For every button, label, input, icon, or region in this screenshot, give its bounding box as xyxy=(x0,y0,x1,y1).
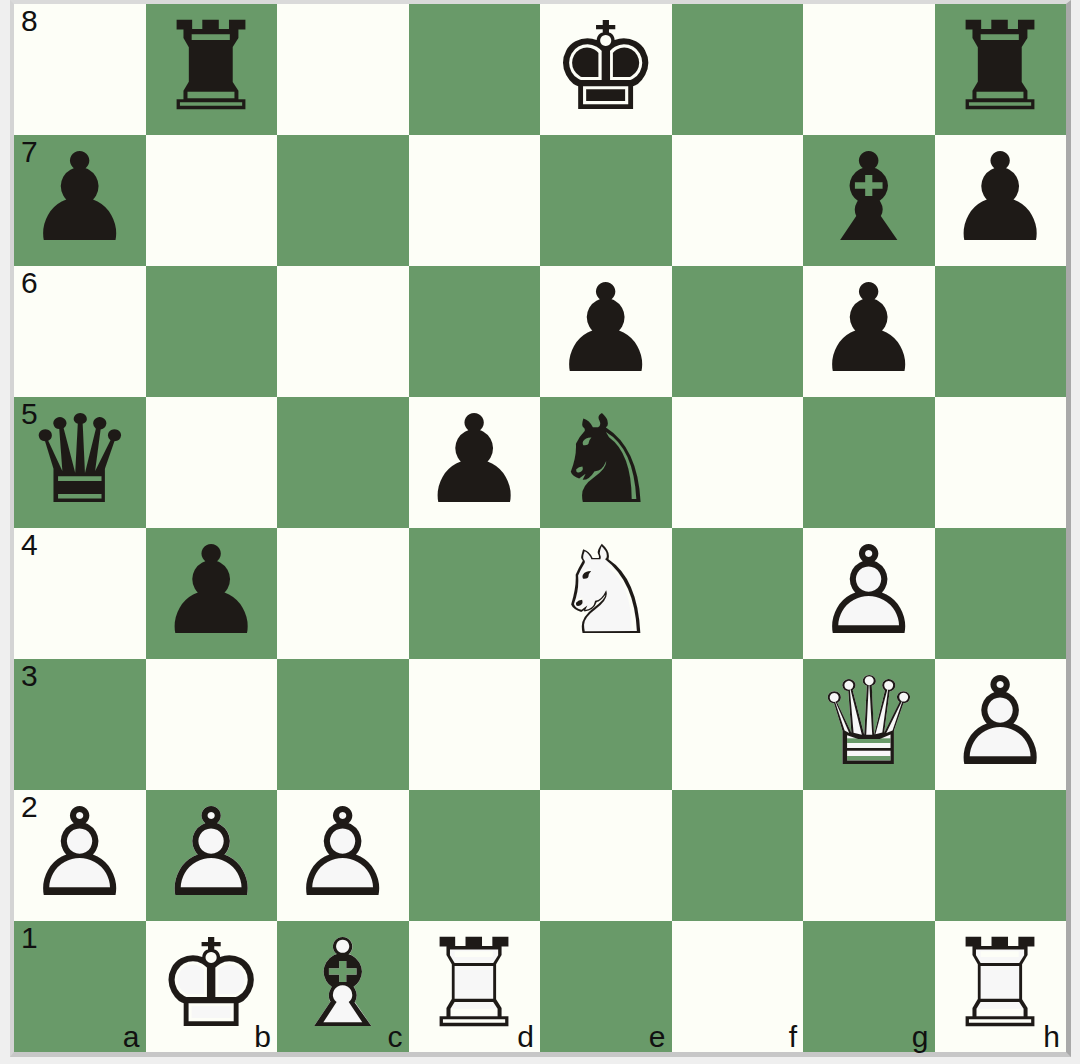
file-label-b: b xyxy=(254,1023,271,1052)
square-d1[interactable]: d♜♖ xyxy=(409,921,541,1052)
square-f4[interactable] xyxy=(672,528,804,659)
square-d5[interactable]: ♟ xyxy=(409,397,541,528)
square-a7[interactable]: 7♟ xyxy=(14,135,146,266)
square-h6[interactable] xyxy=(935,266,1067,397)
square-c5[interactable] xyxy=(277,397,409,528)
square-c1[interactable]: c♝♗ xyxy=(277,921,409,1052)
rank-label-2: 2 xyxy=(21,791,38,823)
square-e3[interactable] xyxy=(540,659,672,790)
black-pawn-glyph: ♟ xyxy=(935,135,1067,266)
black-pawn-glyph: ♟ xyxy=(146,528,278,659)
rank-label-3: 3 xyxy=(21,660,38,692)
file-label-a: a xyxy=(123,1023,140,1052)
file-label-d: d xyxy=(517,1023,534,1052)
square-b8[interactable]: ♜ xyxy=(146,4,278,135)
square-g6[interactable]: ♟ xyxy=(803,266,935,397)
square-e2[interactable] xyxy=(540,790,672,921)
black-knight-glyph: ♞ xyxy=(540,397,672,528)
square-e1[interactable]: e xyxy=(540,921,672,1052)
black-bishop-glyph: ♝ xyxy=(803,135,935,266)
square-f7[interactable] xyxy=(672,135,804,266)
white-knight-piece[interactable]: ♞♘ xyxy=(540,528,672,659)
white-pawn-outline-glyph: ♙ xyxy=(803,528,935,659)
black-knight-piece[interactable]: ♞ xyxy=(540,397,672,528)
rank-label-1: 1 xyxy=(21,922,38,954)
white-pawn-piece[interactable]: ♟♙ xyxy=(277,790,409,921)
square-a8[interactable]: 8 xyxy=(14,4,146,135)
square-a1[interactable]: 1a xyxy=(14,921,146,1052)
square-c6[interactable] xyxy=(277,266,409,397)
white-pawn-piece[interactable]: ♟♙ xyxy=(146,790,278,921)
square-f8[interactable] xyxy=(672,4,804,135)
file-label-f: f xyxy=(789,1023,797,1052)
square-g2[interactable] xyxy=(803,790,935,921)
rank-label-5: 5 xyxy=(21,398,38,430)
square-e7[interactable] xyxy=(540,135,672,266)
black-rook-piece[interactable]: ♜ xyxy=(146,4,278,135)
square-f2[interactable] xyxy=(672,790,804,921)
file-label-c: c xyxy=(388,1023,403,1052)
square-g8[interactable] xyxy=(803,4,935,135)
rank-label-7: 7 xyxy=(21,136,38,168)
square-d3[interactable] xyxy=(409,659,541,790)
black-pawn-piece[interactable]: ♟ xyxy=(409,397,541,528)
rank-label-4: 4 xyxy=(21,529,38,561)
square-f5[interactable] xyxy=(672,397,804,528)
black-pawn-piece[interactable]: ♟ xyxy=(146,528,278,659)
black-pawn-glyph: ♟ xyxy=(540,266,672,397)
black-pawn-piece[interactable]: ♟ xyxy=(803,266,935,397)
square-h2[interactable] xyxy=(935,790,1067,921)
square-c2[interactable]: ♟♙ xyxy=(277,790,409,921)
square-g5[interactable] xyxy=(803,397,935,528)
square-c3[interactable] xyxy=(277,659,409,790)
square-h4[interactable] xyxy=(935,528,1067,659)
square-b4[interactable]: ♟ xyxy=(146,528,278,659)
square-d2[interactable] xyxy=(409,790,541,921)
square-e8[interactable]: ♚ xyxy=(540,4,672,135)
square-h1[interactable]: h♜♖ xyxy=(935,921,1067,1052)
white-pawn-outline-glyph: ♙ xyxy=(277,790,409,921)
square-h8[interactable]: ♜ xyxy=(935,4,1067,135)
square-a5[interactable]: 5♛ xyxy=(14,397,146,528)
white-queen-piece[interactable]: ♛♕ xyxy=(803,659,935,790)
square-d8[interactable] xyxy=(409,4,541,135)
square-g3[interactable]: ♛♕ xyxy=(803,659,935,790)
black-pawn-glyph: ♟ xyxy=(803,266,935,397)
square-h7[interactable]: ♟ xyxy=(935,135,1067,266)
white-queen-outline-glyph: ♕ xyxy=(803,659,935,790)
square-b5[interactable] xyxy=(146,397,278,528)
square-g7[interactable]: ♝ xyxy=(803,135,935,266)
square-e6[interactable]: ♟ xyxy=(540,266,672,397)
square-c7[interactable] xyxy=(277,135,409,266)
square-c4[interactable] xyxy=(277,528,409,659)
square-f1[interactable]: f xyxy=(672,921,804,1052)
square-a3[interactable]: 3 xyxy=(14,659,146,790)
square-c8[interactable] xyxy=(277,4,409,135)
square-b2[interactable]: ♟♙ xyxy=(146,790,278,921)
square-f6[interactable] xyxy=(672,266,804,397)
square-b1[interactable]: b♚♔ xyxy=(146,921,278,1052)
square-h3[interactable]: ♟♙ xyxy=(935,659,1067,790)
square-a6[interactable]: 6 xyxy=(14,266,146,397)
square-d7[interactable] xyxy=(409,135,541,266)
white-pawn-outline-glyph: ♙ xyxy=(146,790,278,921)
white-knight-outline-glyph: ♘ xyxy=(540,528,672,659)
square-b3[interactable] xyxy=(146,659,278,790)
square-d6[interactable] xyxy=(409,266,541,397)
square-d4[interactable] xyxy=(409,528,541,659)
square-a2[interactable]: 2♟♙ xyxy=(14,790,146,921)
rank-label-8: 8 xyxy=(21,5,38,37)
black-rook-glyph: ♜ xyxy=(935,4,1067,135)
square-b6[interactable] xyxy=(146,266,278,397)
square-a4[interactable]: 4 xyxy=(14,528,146,659)
square-b7[interactable] xyxy=(146,135,278,266)
white-pawn-piece[interactable]: ♟♙ xyxy=(803,528,935,659)
black-rook-piece[interactable]: ♜ xyxy=(935,4,1067,135)
square-e4[interactable]: ♞♘ xyxy=(540,528,672,659)
black-bishop-piece[interactable]: ♝ xyxy=(803,135,935,266)
square-f3[interactable] xyxy=(672,659,804,790)
board-frame: 8♜♚♜7♟♝♟6♟♟5♛♟♞4♟♞♘♟♙3♛♕♟♙2♟♙♟♙♟♙1ab♚♔c♝… xyxy=(10,0,1071,1057)
square-g4[interactable]: ♟♙ xyxy=(803,528,935,659)
square-g1[interactable]: g xyxy=(803,921,935,1052)
square-e5[interactable]: ♞ xyxy=(540,397,672,528)
file-label-h: h xyxy=(1043,1023,1060,1052)
black-king-glyph: ♚ xyxy=(540,4,672,135)
square-h5[interactable] xyxy=(935,397,1067,528)
rank-label-6: 6 xyxy=(21,267,38,299)
chess-board: 8♜♚♜7♟♝♟6♟♟5♛♟♞4♟♞♘♟♙3♛♕♟♙2♟♙♟♙♟♙1ab♚♔c♝… xyxy=(14,4,1066,1052)
file-label-g: g xyxy=(912,1023,929,1052)
black-rook-glyph: ♜ xyxy=(146,4,278,135)
white-pawn-piece[interactable]: ♟♙ xyxy=(935,659,1067,790)
black-pawn-glyph: ♟ xyxy=(409,397,541,528)
black-pawn-piece[interactable]: ♟ xyxy=(935,135,1067,266)
white-pawn-outline-glyph: ♙ xyxy=(935,659,1067,790)
black-king-piece[interactable]: ♚ xyxy=(540,4,672,135)
black-pawn-piece[interactable]: ♟ xyxy=(540,266,672,397)
file-label-e: e xyxy=(649,1023,666,1052)
